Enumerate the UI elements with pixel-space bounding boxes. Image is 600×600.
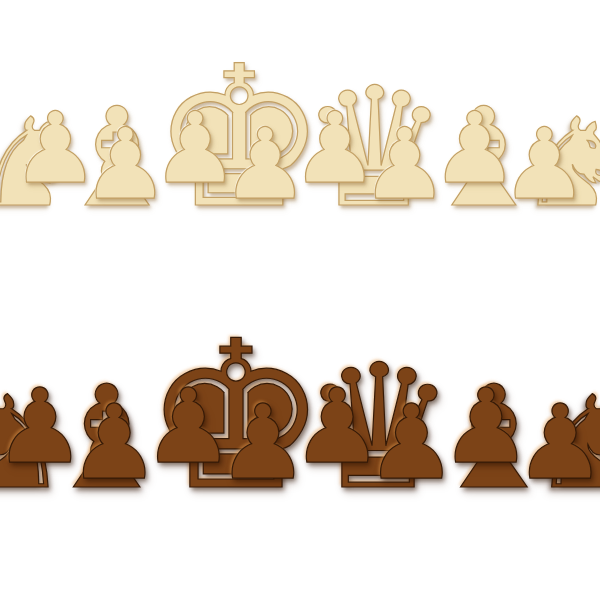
light-pawn-8: ♟ (501, 115, 589, 213)
dark-pawn-8: ♟ (514, 391, 600, 494)
light-piece-set: ♜ ♞ ♝ ♚ ♛ ♝ ♞ ♜ ♟ ♟ ♟ ♟ ♟ ♟ ♟ ♟ (0, 40, 600, 213)
chess-pieces-product-photo: ♜ ♞ ♝ ♚ ♛ ♝ ♞ ♜ ♟ ♟ ♟ ♟ ♟ ♟ ♟ ♟ ♜ ♞ ♝ ♚ … (0, 0, 600, 600)
dark-piece-set: ♜ ♞ ♝ ♚ ♛ ♝ ♞ ♜ ♟ ♟ ♟ ♟ ♟ ♟ ♟ ♟ (0, 314, 600, 494)
dark-pawn-row: ♟ ♟ ♟ ♟ ♟ ♟ ♟ ♟ (0, 391, 600, 494)
light-pawn-row: ♟ ♟ ♟ ♟ ♟ ♟ ♟ ♟ (0, 115, 600, 213)
